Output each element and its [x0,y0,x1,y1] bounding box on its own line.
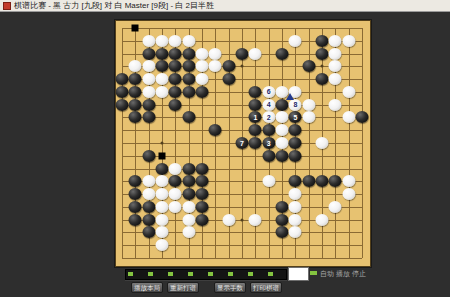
black-stone [129,73,142,85]
white-stone [222,214,235,226]
black-stone [169,73,182,85]
black-stone [142,201,155,213]
white-stone [156,226,169,238]
black-stone [249,124,262,136]
black-stone [129,111,142,123]
star-point [321,65,324,68]
black-stone [262,150,275,162]
grid-line-h [122,258,362,259]
black-stone [249,99,262,111]
black-stone [116,73,129,85]
white-stone [142,60,155,72]
black-stone [329,175,342,187]
replay-button[interactable]: 重新打谱 [167,282,199,293]
black-stone [222,60,235,72]
black-stone [182,163,195,175]
black-stone [182,60,195,72]
white-stone [182,226,195,238]
white-stone [289,201,302,213]
black-stone [289,175,302,187]
black-stone [316,35,329,47]
white-stone [129,60,142,72]
black-stone [276,214,289,226]
white-stone [156,73,169,85]
triangle-marker [286,93,294,100]
black-stone [156,48,169,60]
white-stone [289,35,302,47]
black-stone [316,48,329,60]
black-stone: 3 [262,137,275,149]
white-stone [156,175,169,187]
white-stone [329,99,342,111]
app-icon [3,2,11,10]
white-stone [142,188,155,200]
white-stone [156,35,169,47]
black-stone [276,226,289,238]
black-stone [142,99,155,111]
black-stone [142,150,155,162]
black-stone [276,48,289,60]
white-stone [342,188,355,200]
white-stone [182,35,195,47]
black-stone [129,201,142,213]
white-stone [142,86,155,98]
black-stone [196,163,209,175]
move-number-input[interactable] [288,267,309,281]
white-stone [142,175,155,187]
white-stone [302,99,315,111]
black-stone [156,163,169,175]
black-stone [356,111,369,123]
play-game-button[interactable]: 播放本局 [131,282,163,293]
move-slider-ticks [128,272,284,276]
square-marker [159,152,166,159]
move-number-label: 1 [253,114,257,121]
black-stone [182,111,195,123]
grid-line-v [349,28,350,258]
black-stone [169,86,182,98]
black-stone [302,175,315,187]
slider-end-tick [310,271,317,275]
star-point [241,65,244,68]
white-stone [342,111,355,123]
black-stone [129,99,142,111]
white-stone [302,111,315,123]
white-stone [342,175,355,187]
move-slider[interactable] [125,269,287,280]
go-board[interactable]: 64812573 [115,20,371,267]
black-stone [222,73,235,85]
black-stone [142,226,155,238]
white-stone [276,137,289,149]
white-stone [182,201,195,213]
black-stone [129,175,142,187]
white-stone [156,239,169,251]
white-stone [316,137,329,149]
black-stone [169,48,182,60]
black-stone [129,188,142,200]
black-stone: 1 [249,111,262,123]
black-stone [116,86,129,98]
white-stone [209,60,222,72]
white-stone [142,35,155,47]
black-stone [249,137,262,149]
black-stone [182,175,195,187]
board-grid[interactable]: 64812573 [122,28,362,258]
playback-mini-labels[interactable]: 自动 播放 停止 [320,269,366,279]
white-stone [342,86,355,98]
white-stone [276,111,289,123]
move-number-label: 8 [293,101,297,108]
white-stone [169,163,182,175]
white-stone [156,86,169,98]
black-stone [289,150,302,162]
black-stone [196,188,209,200]
move-number-label: 6 [267,88,271,95]
white-stone [169,188,182,200]
white-stone [289,188,302,200]
black-stone [236,48,249,60]
black-stone [249,86,262,98]
black-stone [196,175,209,187]
white-stone [329,60,342,72]
game-title: 棋谱比赛 - 黑 古力 [九段] 对 白 Master [9段] - 白 2目半… [14,1,214,11]
move-number-label: 5 [293,114,297,121]
black-stone [182,73,195,85]
square-marker [132,25,139,32]
black-stone [316,175,329,187]
move-number-label: 3 [267,140,271,147]
move-number-label: 4 [267,101,271,108]
white-stone [342,35,355,47]
white-stone [329,73,342,85]
white-stone: 2 [262,111,275,123]
white-stone [169,35,182,47]
white-stone [262,175,275,187]
show-moves-button[interactable]: 显示手数 [214,282,246,293]
black-stone [129,214,142,226]
white-stone [289,214,302,226]
white-stone [249,214,262,226]
white-stone [196,60,209,72]
black-stone [276,99,289,111]
black-stone [142,111,155,123]
star-point [241,218,244,221]
white-stone [156,201,169,213]
move-number-label: 2 [267,114,271,121]
black-stone [129,86,142,98]
white-stone [156,188,169,200]
black-stone [289,124,302,136]
black-stone [142,48,155,60]
black-stone [276,201,289,213]
grid-line-v [362,28,363,258]
black-stone [289,137,302,149]
white-stone [209,48,222,60]
black-stone [182,188,195,200]
white-stone [156,214,169,226]
black-stone [209,124,222,136]
white-stone [142,73,155,85]
black-stone [316,73,329,85]
black-stone [142,214,155,226]
white-stone [196,73,209,85]
black-stone [156,60,169,72]
white-stone: 8 [289,99,302,111]
white-stone [249,48,262,60]
black-stone [116,99,129,111]
white-stone [329,201,342,213]
title-bar: 棋谱比赛 - 黑 古力 [九段] 对 白 Master [9段] - 白 2目半… [0,0,450,12]
white-stone [169,201,182,213]
black-stone [302,60,315,72]
star-point [161,142,164,145]
print-record-button[interactable]: 打印棋谱 [250,282,282,293]
white-stone [276,124,289,136]
white-stone [196,48,209,60]
black-stone [276,150,289,162]
white-stone: 4 [262,99,275,111]
black-stone: 5 [289,111,302,123]
white-stone [329,35,342,47]
black-stone [196,86,209,98]
black-stone [262,124,275,136]
black-stone [169,175,182,187]
move-number-label: 7 [240,140,244,147]
white-stone: 6 [262,86,275,98]
white-stone [289,226,302,238]
black-stone: 7 [236,137,249,149]
white-stone [316,214,329,226]
white-stone [329,48,342,60]
black-stone [182,48,195,60]
app-window: 棋谱比赛 - 黑 古力 [九段] 对 白 Master [9段] - 白 2目半… [0,0,450,297]
black-stone [169,60,182,72]
black-stone [169,99,182,111]
black-stone [196,201,209,213]
black-stone [182,86,195,98]
white-stone [182,214,195,226]
black-stone [196,214,209,226]
